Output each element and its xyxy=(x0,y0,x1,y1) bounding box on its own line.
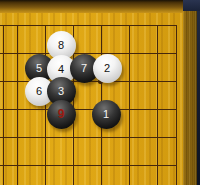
move-number-label: 4 xyxy=(58,63,64,74)
go-board-screenshot: 854726391 xyxy=(0,0,200,185)
black-stone-1[interactable]: 1 xyxy=(92,100,121,129)
board-cell[interactable] xyxy=(3,137,17,165)
board-cell[interactable] xyxy=(176,137,200,165)
board-cell[interactable] xyxy=(157,25,176,53)
move-number-label: 5 xyxy=(36,62,42,73)
move-number-label: 1 xyxy=(103,108,109,119)
board-cell[interactable] xyxy=(157,109,176,137)
board-cell[interactable] xyxy=(129,137,157,165)
board-cell[interactable] xyxy=(129,81,157,109)
board-cell[interactable] xyxy=(101,137,129,165)
board-cell[interactable] xyxy=(45,137,73,165)
board-cell[interactable] xyxy=(17,25,45,53)
black-stone-9[interactable]: 9 xyxy=(47,100,76,129)
board-cell[interactable] xyxy=(101,165,129,185)
board-cell[interactable] xyxy=(73,137,101,165)
board-cell[interactable] xyxy=(157,165,176,185)
board-cell[interactable] xyxy=(3,25,17,53)
move-number-label: 8 xyxy=(58,39,64,50)
board-cell[interactable] xyxy=(101,25,129,53)
move-number-label: 6 xyxy=(36,85,42,96)
board-cell[interactable] xyxy=(3,109,17,137)
board-cell[interactable] xyxy=(73,25,101,53)
board-cell[interactable] xyxy=(176,81,200,109)
board-cell[interactable] xyxy=(45,165,73,185)
board-cell[interactable] xyxy=(157,137,176,165)
board-cell[interactable] xyxy=(176,165,200,185)
board-cell[interactable] xyxy=(17,165,45,185)
goban-top-edge-bevel xyxy=(0,0,197,13)
white-stone-2[interactable]: 2 xyxy=(93,54,122,83)
board-cell[interactable] xyxy=(73,165,101,185)
board-cell[interactable] xyxy=(17,109,45,137)
board-cell[interactable] xyxy=(176,25,200,53)
board-cell[interactable] xyxy=(157,81,176,109)
board-cell[interactable] xyxy=(3,165,17,185)
background-top-right-corner xyxy=(183,0,200,11)
move-number-label: 2 xyxy=(104,62,110,73)
board-cell[interactable] xyxy=(129,165,157,185)
board-cell[interactable] xyxy=(176,53,200,81)
board-cell[interactable] xyxy=(17,137,45,165)
board-cell[interactable] xyxy=(176,109,200,137)
board-cell[interactable] xyxy=(129,53,157,81)
board-cell[interactable] xyxy=(3,53,17,81)
board-cell[interactable] xyxy=(157,53,176,81)
board-cell[interactable] xyxy=(129,109,157,137)
move-number-label: 3 xyxy=(58,85,64,96)
move-number-label: 9 xyxy=(58,108,65,120)
move-number-label: 7 xyxy=(81,62,87,73)
board-cell[interactable] xyxy=(129,25,157,53)
board-cell[interactable] xyxy=(3,81,17,109)
